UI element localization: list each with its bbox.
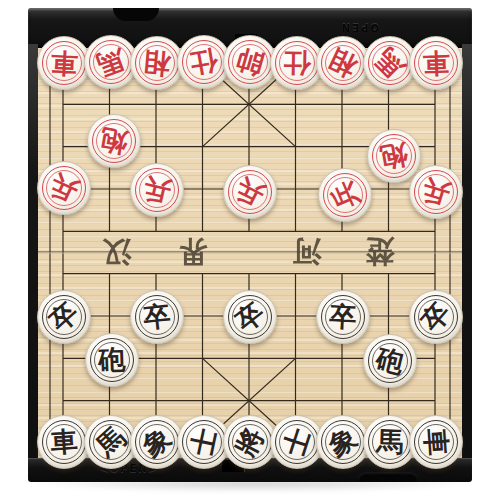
piece-character: 車 — [408, 414, 464, 470]
piece-red-soldier[interactable]: 兵 — [130, 163, 184, 217]
thumb-notch-top — [113, 8, 159, 21]
piece-red-cannon[interactable]: 炮 — [367, 129, 421, 183]
river-char: 界 — [175, 234, 211, 270]
piece-character: 砲 — [85, 333, 139, 387]
piece-black-soldier[interactable]: 卒 — [130, 290, 184, 344]
piece-black-soldier[interactable]: 卒 — [37, 290, 91, 344]
piece-black-elephant[interactable]: 象 — [316, 415, 370, 469]
board-playing-surface: 汉界河楚 — [38, 48, 462, 458]
river-char: 汉 — [99, 234, 135, 270]
piece-black-cannon[interactable]: 砲 — [85, 333, 139, 387]
piece-red-cannon[interactable]: 炮 — [87, 114, 141, 168]
piece-character: 炮 — [83, 111, 143, 171]
board-drop-shadow — [34, 481, 470, 492]
piece-character: 卒 — [316, 290, 371, 345]
river-char: 楚 — [362, 234, 398, 270]
river-char: 河 — [289, 234, 325, 270]
piece-red-soldier[interactable]: 兵 — [409, 165, 463, 219]
thumb-notch-bottom — [358, 472, 418, 482]
board-frame-left — [28, 44, 38, 462]
piece-character: 車 — [409, 36, 463, 90]
piece-black-cannon[interactable]: 砲 — [363, 334, 417, 388]
piece-red-chariot[interactable]: 車 — [409, 36, 463, 90]
piece-black-soldier[interactable]: 卒 — [316, 290, 370, 344]
board-frame-right — [462, 44, 472, 462]
piece-black-chariot[interactable]: 車 — [409, 415, 463, 469]
piece-red-soldier[interactable]: 兵 — [37, 161, 91, 215]
xiangqi-board-photo: OPEN ◄OPEN► 汉界河楚 車馬相仕帥仕相馬車炮炮兵兵兵兵兵卒卒卒卒卒砲砲… — [0, 0, 500, 500]
piece-red-general[interactable]: 帥 — [223, 35, 277, 89]
piece-black-soldier[interactable]: 卒 — [409, 290, 463, 344]
piece-red-soldier[interactable]: 兵 — [318, 168, 372, 222]
piece-red-soldier[interactable]: 兵 — [223, 165, 277, 219]
embossed-open-label-top: OPEN — [340, 22, 379, 33]
piece-black-soldier[interactable]: 卒 — [223, 290, 277, 344]
